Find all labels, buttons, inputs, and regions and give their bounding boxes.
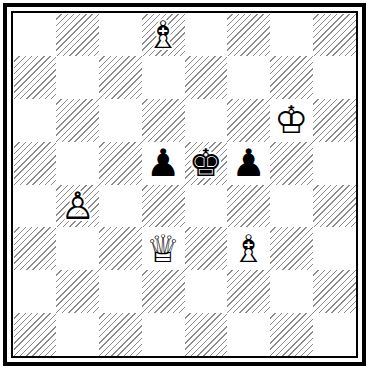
square-f7[interactable]: [227, 56, 270, 99]
square-a5[interactable]: [14, 142, 57, 185]
square-a6[interactable]: [14, 99, 57, 142]
square-c2[interactable]: [99, 270, 142, 313]
square-h1[interactable]: [313, 313, 356, 356]
square-g2[interactable]: [270, 270, 313, 313]
square-h7[interactable]: [313, 56, 356, 99]
square-h8[interactable]: [313, 14, 356, 57]
piece-black-pawn[interactable]: ♟: [146, 144, 180, 182]
square-f2[interactable]: [227, 270, 270, 313]
square-d6[interactable]: [142, 99, 185, 142]
square-d4[interactable]: [142, 185, 185, 228]
chess-diagram: ♗♔♟♚♟♙♕♗: [0, 0, 369, 369]
square-g3[interactable]: [270, 227, 313, 270]
square-b3[interactable]: [56, 227, 99, 270]
square-a7[interactable]: [14, 56, 57, 99]
piece-white-pawn[interactable]: ♙: [61, 187, 95, 225]
square-g7[interactable]: [270, 56, 313, 99]
square-e8[interactable]: [185, 14, 228, 57]
square-d8[interactable]: ♗: [142, 14, 185, 57]
square-g5[interactable]: [270, 142, 313, 185]
square-f3[interactable]: ♗: [227, 227, 270, 270]
square-e1[interactable]: [185, 313, 228, 356]
square-c1[interactable]: [99, 313, 142, 356]
square-d2[interactable]: [142, 270, 185, 313]
square-c5[interactable]: [99, 142, 142, 185]
square-c6[interactable]: [99, 99, 142, 142]
square-c3[interactable]: [99, 227, 142, 270]
square-b5[interactable]: [56, 142, 99, 185]
square-d5[interactable]: ♟: [142, 142, 185, 185]
square-e7[interactable]: [185, 56, 228, 99]
square-d3[interactable]: ♕: [142, 227, 185, 270]
square-a2[interactable]: [14, 270, 57, 313]
square-c8[interactable]: [99, 14, 142, 57]
square-c7[interactable]: [99, 56, 142, 99]
square-h2[interactable]: [313, 270, 356, 313]
square-g4[interactable]: [270, 185, 313, 228]
square-a4[interactable]: [14, 185, 57, 228]
square-c4[interactable]: [99, 185, 142, 228]
square-d7[interactable]: [142, 56, 185, 99]
square-h3[interactable]: [313, 227, 356, 270]
square-f5[interactable]: ♟: [227, 142, 270, 185]
square-b6[interactable]: [56, 99, 99, 142]
square-e3[interactable]: [185, 227, 228, 270]
square-b1[interactable]: [56, 313, 99, 356]
square-a8[interactable]: [14, 14, 57, 57]
square-e2[interactable]: [185, 270, 228, 313]
piece-white-bishop[interactable]: ♗: [232, 230, 266, 268]
square-g8[interactable]: [270, 14, 313, 57]
square-b7[interactable]: [56, 56, 99, 99]
square-b2[interactable]: [56, 270, 99, 313]
square-g6[interactable]: ♔: [270, 99, 313, 142]
square-f8[interactable]: [227, 14, 270, 57]
piece-black-king[interactable]: ♚: [189, 144, 223, 182]
square-b8[interactable]: [56, 14, 99, 57]
square-a1[interactable]: [14, 313, 57, 356]
piece-white-queen[interactable]: ♕: [146, 230, 180, 268]
square-f6[interactable]: [227, 99, 270, 142]
square-f1[interactable]: [227, 313, 270, 356]
square-h6[interactable]: [313, 99, 356, 142]
square-e4[interactable]: [185, 185, 228, 228]
square-a3[interactable]: [14, 227, 57, 270]
square-e6[interactable]: [185, 99, 228, 142]
piece-white-bishop[interactable]: ♗: [146, 16, 180, 54]
square-e5[interactable]: ♚: [185, 142, 228, 185]
square-b4[interactable]: ♙: [56, 185, 99, 228]
piece-black-pawn[interactable]: ♟: [232, 144, 266, 182]
square-h4[interactable]: [313, 185, 356, 228]
piece-white-king[interactable]: ♔: [274, 101, 308, 139]
square-h5[interactable]: [313, 142, 356, 185]
square-d1[interactable]: [142, 313, 185, 356]
chess-board: ♗♔♟♚♟♙♕♗: [14, 14, 356, 356]
square-g1[interactable]: [270, 313, 313, 356]
square-f4[interactable]: [227, 185, 270, 228]
